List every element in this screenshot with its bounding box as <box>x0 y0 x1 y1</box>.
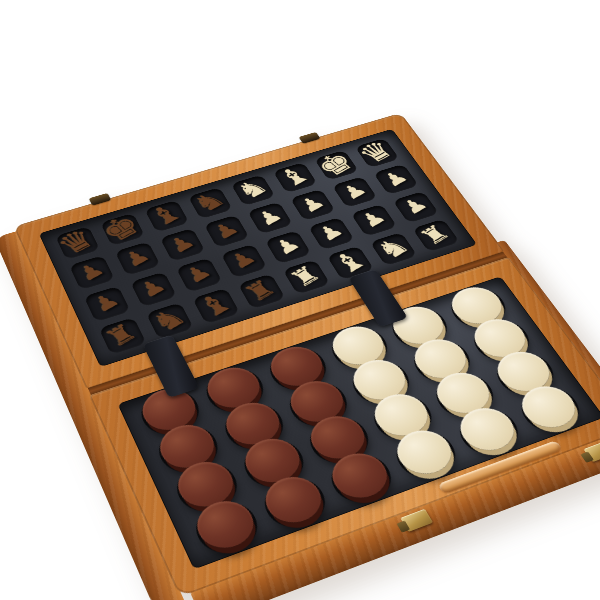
foam-piece-slot: ♟ <box>247 202 293 235</box>
chess-piece-light-pawn: ♟ <box>338 181 369 202</box>
chess-piece-light-pawn: ♟ <box>379 168 410 189</box>
foam-piece-slot: ♞ <box>231 174 276 205</box>
open-case-top-face: ♛♚♝♞♞♝♚♛♟♟♟♟♟♟♟♟♟♟♟♟♟♟♟♟♜♞♝♜♜♝♞♜ <box>14 113 600 597</box>
lid-clasp-hardware-icon <box>299 132 321 144</box>
foam-piece-slot: ♟ <box>393 191 439 223</box>
chess-piece-dark-knight: ♞ <box>147 304 190 336</box>
chess-piece-dark-king: ♚ <box>97 211 147 246</box>
chess-piece-dark-bishop: ♝ <box>193 289 238 322</box>
foam-piece-slot: ♟ <box>290 189 336 221</box>
foam-piece-slot: ♟ <box>221 244 268 278</box>
foam-piece-slot: ♟ <box>332 176 377 208</box>
foam-piece-slot: ♟ <box>84 286 131 322</box>
chess-piece-light-queen: ♛ <box>354 137 399 167</box>
chess-piece-light-bishop: ♝ <box>273 163 314 191</box>
game-case: ♛♚♝♞♞♝♚♛♟♟♟♟♟♟♟♟♟♟♟♟♟♟♟♟♜♞♝♜♜♝♞♜ <box>14 113 600 597</box>
foam-piece-slot: ♝ <box>273 162 318 193</box>
chess-piece-dark-pawn: ♟ <box>210 219 242 242</box>
chess-piece-dark-pawn: ♟ <box>182 262 215 286</box>
chess-piece-light-king: ♚ <box>311 148 360 181</box>
foam-piece-slot: ♝ <box>144 200 189 233</box>
chess-piece-light-pawn: ♟ <box>296 193 328 215</box>
product-photo-background: ♛♚♝♞♞♝♚♛♟♟♟♟♟♟♟♟♟♟♟♟♟♟♟♟♜♞♝♜♜♝♞♜ <box>0 0 600 600</box>
chess-storage-slot-cell: ♜ <box>234 271 290 312</box>
foam-piece-slot: ♟ <box>69 255 115 290</box>
chess-piece-light-knight: ♞ <box>372 234 414 263</box>
chess-piece-dark-knight: ♞ <box>189 188 229 216</box>
foam-piece-slot: ♜ <box>283 260 331 295</box>
chess-piece-light-pawn: ♟ <box>314 221 346 244</box>
chess-storage-slot-cell: ♜ <box>279 257 334 297</box>
foam-piece-slot: ♟ <box>373 164 418 195</box>
foam-piece-slot: ♚ <box>314 150 359 180</box>
chess-piece-dark-rook: ♜ <box>242 277 280 305</box>
foam-piece-slot: ♝ <box>192 288 240 324</box>
chess-piece-dark-pawn: ♟ <box>75 260 108 284</box>
chess-piece-dark-pawn: ♟ <box>89 291 122 316</box>
chess-piece-dark-queen: ♛ <box>53 225 100 258</box>
chess-piece-dark-pawn: ♟ <box>227 248 260 271</box>
foam-piece-slot: ♜ <box>238 274 286 310</box>
chess-piece-light-pawn: ♟ <box>357 208 389 230</box>
foam-piece-slot: ♜ <box>99 317 147 355</box>
chess-piece-dark-bishop: ♝ <box>145 200 187 229</box>
chess-piece-dark-rook: ♜ <box>102 320 141 350</box>
foam-piece-slot: ♟ <box>204 215 250 248</box>
chess-piece-dark-pawn: ♟ <box>121 246 153 269</box>
chess-piece-dark-pawn: ♟ <box>166 233 198 256</box>
chess-piece-light-pawn: ♟ <box>271 235 303 258</box>
lid-clasp-hardware-icon <box>89 193 111 206</box>
chess-piece-light-knight: ♞ <box>232 176 272 203</box>
chess-piece-light-pawn: ♟ <box>253 206 285 228</box>
foam-piece-slot: ♞ <box>188 187 233 219</box>
foam-piece-slot: ♞ <box>146 302 194 339</box>
foam-piece-slot: ♞ <box>370 232 418 266</box>
chess-storage-slot-cell: ♝ <box>189 286 245 327</box>
chess-piece-light-rook: ♜ <box>416 222 453 248</box>
chess-piece-dark-pawn: ♟ <box>136 276 169 300</box>
chess-piece-light-rook: ♜ <box>286 262 324 289</box>
foam-piece-slot: ♜ <box>412 219 459 252</box>
foam-piece-slot: ♟ <box>115 242 161 276</box>
foam-piece-slot: ♛ <box>355 138 400 168</box>
foam-piece-slot: ♚ <box>100 213 145 246</box>
chess-piece-light-pawn: ♟ <box>399 195 431 217</box>
foam-piece-slot: ♟ <box>265 230 312 264</box>
foam-piece-slot: ♛ <box>55 226 100 260</box>
foam-piece-slot: ♟ <box>160 228 206 262</box>
